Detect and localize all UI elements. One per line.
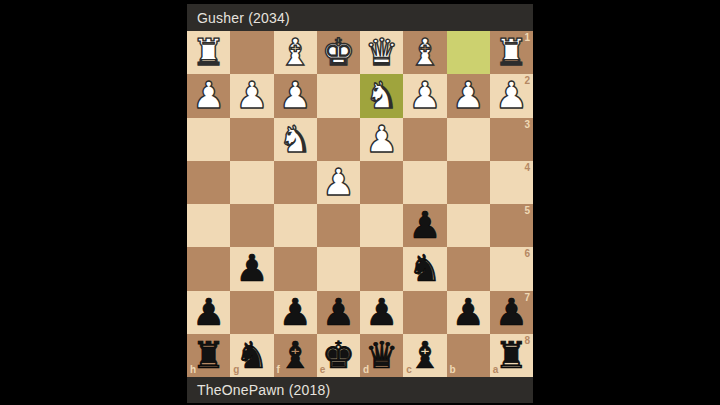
rank-label: 6 [524, 249, 530, 259]
piece-wP[interactable]: ♟ [495, 74, 528, 117]
bottom-player-bar: TheOnePawn (2018) [187, 377, 533, 403]
piece-wN[interactable]: ♞ [365, 74, 398, 117]
piece-bB[interactable]: ♝ [279, 334, 312, 377]
square-g1[interactable] [230, 31, 273, 74]
square-h3[interactable] [187, 118, 230, 161]
square-c1[interactable]: ♝ [403, 31, 446, 74]
piece-bR[interactable]: ♜ [495, 334, 528, 377]
piece-wP[interactable]: ♟ [452, 74, 485, 117]
piece-wR[interactable]: ♜ [495, 31, 528, 74]
rank-label: 5 [524, 206, 530, 216]
square-e2[interactable] [317, 74, 360, 117]
piece-wB[interactable]: ♝ [408, 31, 441, 74]
piece-bP[interactable]: ♟ [452, 291, 485, 334]
square-c3[interactable] [403, 118, 446, 161]
square-a8[interactable]: ♜8a [490, 334, 533, 377]
piece-bP[interactable]: ♟ [495, 291, 528, 334]
square-f5[interactable] [274, 204, 317, 247]
square-h4[interactable] [187, 161, 230, 204]
piece-bR[interactable]: ♜ [192, 334, 225, 377]
square-g6[interactable]: ♟ [230, 247, 273, 290]
square-g4[interactable] [230, 161, 273, 204]
piece-wK[interactable]: ♚ [322, 31, 355, 74]
file-label: g [233, 365, 239, 375]
piece-wP[interactable]: ♟ [365, 118, 398, 161]
square-g8[interactable]: ♞g [230, 334, 273, 377]
piece-bP[interactable]: ♟ [408, 204, 441, 247]
square-f2[interactable]: ♟ [274, 74, 317, 117]
piece-bQ[interactable]: ♛ [365, 334, 398, 377]
square-a5[interactable]: 5 [490, 204, 533, 247]
piece-wB[interactable]: ♝ [279, 31, 312, 74]
square-f3[interactable]: ♞ [274, 118, 317, 161]
square-a1[interactable]: ♜1 [490, 31, 533, 74]
piece-bP[interactable]: ♟ [279, 291, 312, 334]
square-b5[interactable] [447, 204, 490, 247]
rank-label: 3 [524, 120, 530, 130]
square-a3[interactable]: 3 [490, 118, 533, 161]
piece-bK[interactable]: ♚ [322, 334, 355, 377]
file-label: e [320, 365, 326, 375]
square-b6[interactable] [447, 247, 490, 290]
square-g2[interactable]: ♟ [230, 74, 273, 117]
square-f6[interactable] [274, 247, 317, 290]
file-label: b [450, 365, 456, 375]
piece-wN[interactable]: ♞ [279, 118, 312, 161]
piece-bP[interactable]: ♟ [192, 291, 225, 334]
square-g7[interactable] [230, 291, 273, 334]
rank-label: 8 [524, 336, 530, 346]
square-d4[interactable] [360, 161, 403, 204]
square-e6[interactable] [317, 247, 360, 290]
file-label: d [363, 365, 369, 375]
square-h2[interactable]: ♟ [187, 74, 230, 117]
square-e8[interactable]: ♚e [317, 334, 360, 377]
square-a4[interactable]: 4 [490, 161, 533, 204]
rank-label: 7 [524, 293, 530, 303]
square-d1[interactable]: ♛ [360, 31, 403, 74]
square-f4[interactable] [274, 161, 317, 204]
square-d2[interactable]: ♞ [360, 74, 403, 117]
screen: Gusher (2034) ♜♝♚♛♝♜1♟♟♟♞♟♟♟2♞♟3♟4♟5♟♞6♟… [0, 0, 720, 405]
square-c5[interactable]: ♟ [403, 204, 446, 247]
piece-bN[interactable]: ♞ [408, 247, 441, 290]
rank-label: 4 [524, 163, 530, 173]
chess-board[interactable]: ♜♝♚♛♝♜1♟♟♟♞♟♟♟2♞♟3♟4♟5♟♞6♟♟♟♟♟♟7♜h♞g♝f♚e… [187, 31, 533, 377]
square-h1[interactable]: ♜ [187, 31, 230, 74]
square-c6[interactable]: ♞ [403, 247, 446, 290]
square-g5[interactable] [230, 204, 273, 247]
square-h8[interactable]: ♜h [187, 334, 230, 377]
square-d5[interactable] [360, 204, 403, 247]
piece-wP[interactable]: ♟ [322, 161, 355, 204]
square-b4[interactable] [447, 161, 490, 204]
piece-wP[interactable]: ♟ [279, 74, 312, 117]
square-b3[interactable] [447, 118, 490, 161]
square-h7[interactable]: ♟ [187, 291, 230, 334]
square-h6[interactable] [187, 247, 230, 290]
rank-label: 2 [524, 76, 530, 86]
piece-bB[interactable]: ♝ [408, 334, 441, 377]
square-h5[interactable] [187, 204, 230, 247]
square-f7[interactable]: ♟ [274, 291, 317, 334]
bottom-player-name: TheOnePawn (2018) [197, 382, 330, 398]
square-b8[interactable]: b [447, 334, 490, 377]
square-c2[interactable]: ♟ [403, 74, 446, 117]
square-d7[interactable]: ♟ [360, 291, 403, 334]
square-b1[interactable] [447, 31, 490, 74]
piece-wP[interactable]: ♟ [192, 74, 225, 117]
square-c8[interactable]: ♝c [403, 334, 446, 377]
top-player-bar: Gusher (2034) [187, 4, 533, 31]
piece-bP[interactable]: ♟ [322, 291, 355, 334]
piece-bP[interactable]: ♟ [235, 247, 268, 290]
square-f8[interactable]: ♝f [274, 334, 317, 377]
piece-bN[interactable]: ♞ [235, 334, 268, 377]
square-a2[interactable]: ♟2 [490, 74, 533, 117]
top-player-name: Gusher (2034) [197, 10, 290, 26]
piece-wR[interactable]: ♜ [192, 31, 225, 74]
square-d6[interactable] [360, 247, 403, 290]
square-c4[interactable] [403, 161, 446, 204]
square-e4[interactable]: ♟ [317, 161, 360, 204]
square-f1[interactable]: ♝ [274, 31, 317, 74]
square-e7[interactable]: ♟ [317, 291, 360, 334]
piece-wP[interactable]: ♟ [408, 74, 441, 117]
square-e5[interactable] [317, 204, 360, 247]
square-b7[interactable]: ♟ [447, 291, 490, 334]
rank-label: 1 [524, 33, 530, 43]
square-e3[interactable] [317, 118, 360, 161]
square-a7[interactable]: ♟7 [490, 291, 533, 334]
game-stage: Gusher (2034) ♜♝♚♛♝♜1♟♟♟♞♟♟♟2♞♟3♟4♟5♟♞6♟… [187, 4, 533, 403]
square-b2[interactable]: ♟ [447, 74, 490, 117]
square-e1[interactable]: ♚ [317, 31, 360, 74]
file-label: f [277, 365, 280, 375]
square-d8[interactable]: ♛d [360, 334, 403, 377]
file-label: h [190, 365, 196, 375]
square-c7[interactable] [403, 291, 446, 334]
square-g3[interactable] [230, 118, 273, 161]
file-label: a [493, 365, 499, 375]
file-label: c [406, 365, 412, 375]
piece-bP[interactable]: ♟ [365, 291, 398, 334]
piece-wP[interactable]: ♟ [235, 74, 268, 117]
square-d3[interactable]: ♟ [360, 118, 403, 161]
piece-wQ[interactable]: ♛ [365, 31, 398, 74]
square-a6[interactable]: 6 [490, 247, 533, 290]
